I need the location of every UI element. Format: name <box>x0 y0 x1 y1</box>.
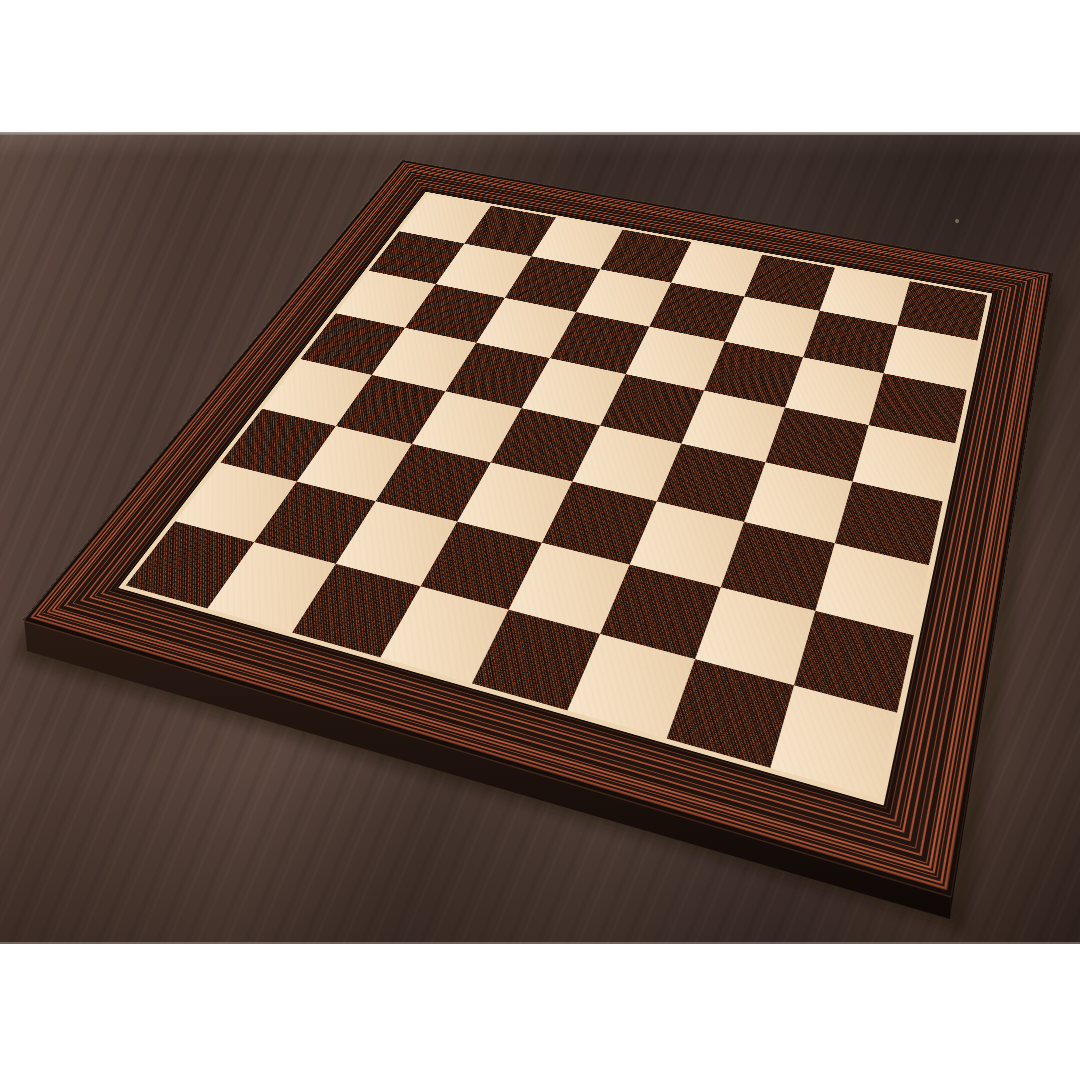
screenshot <box>0 0 1080 1080</box>
table-far-edge-highlight <box>0 132 1080 135</box>
white-margin-bottom <box>0 944 1080 1080</box>
white-margin-top <box>0 0 1080 132</box>
